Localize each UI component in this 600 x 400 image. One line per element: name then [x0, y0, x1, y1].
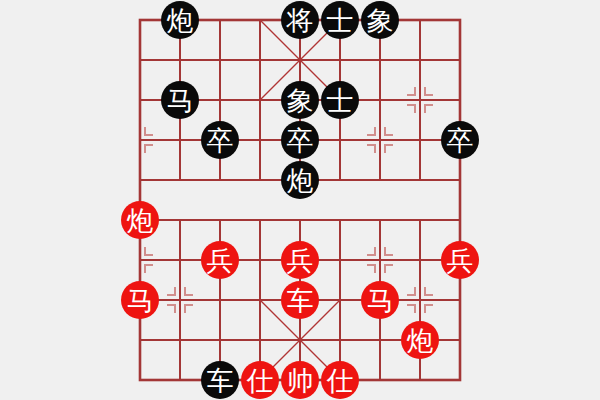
piece-black-horse[interactable]: 马: [161, 81, 199, 119]
piece-red-cannon[interactable]: 炮: [401, 321, 439, 359]
piece-black-soldier[interactable]: 卒: [441, 121, 479, 159]
piece-black-advisor[interactable]: 士: [321, 1, 359, 39]
piece-black-advisor[interactable]: 士: [321, 81, 359, 119]
piece-black-elephant[interactable]: 象: [281, 81, 319, 119]
piece-black-elephant[interactable]: 象: [361, 1, 399, 39]
piece-red-horse[interactable]: 马: [361, 281, 399, 319]
piece-red-general[interactable]: 帅: [281, 361, 319, 399]
piece-black-cannon[interactable]: 炮: [161, 1, 199, 39]
xiangqi-board[interactable]: 炮将士象马象士卒卒卒炮车炮兵兵兵马车马炮仕帅仕: [0, 0, 600, 400]
piece-black-soldier[interactable]: 卒: [281, 121, 319, 159]
piece-red-advisor[interactable]: 仕: [321, 361, 359, 399]
piece-red-horse[interactable]: 马: [121, 281, 159, 319]
piece-red-chariot[interactable]: 车: [281, 281, 319, 319]
piece-layer: 炮将士象马象士卒卒卒炮车炮兵兵兵马车马炮仕帅仕: [120, 0, 480, 400]
piece-red-soldier[interactable]: 兵: [201, 241, 239, 279]
piece-red-cannon[interactable]: 炮: [121, 201, 159, 239]
piece-black-cannon[interactable]: 炮: [281, 161, 319, 199]
piece-red-advisor[interactable]: 仕: [241, 361, 279, 399]
piece-black-soldier[interactable]: 卒: [201, 121, 239, 159]
piece-black-general[interactable]: 将: [281, 1, 319, 39]
piece-red-soldier[interactable]: 兵: [281, 241, 319, 279]
piece-black-chariot[interactable]: 车: [201, 361, 239, 399]
piece-red-soldier[interactable]: 兵: [441, 241, 479, 279]
